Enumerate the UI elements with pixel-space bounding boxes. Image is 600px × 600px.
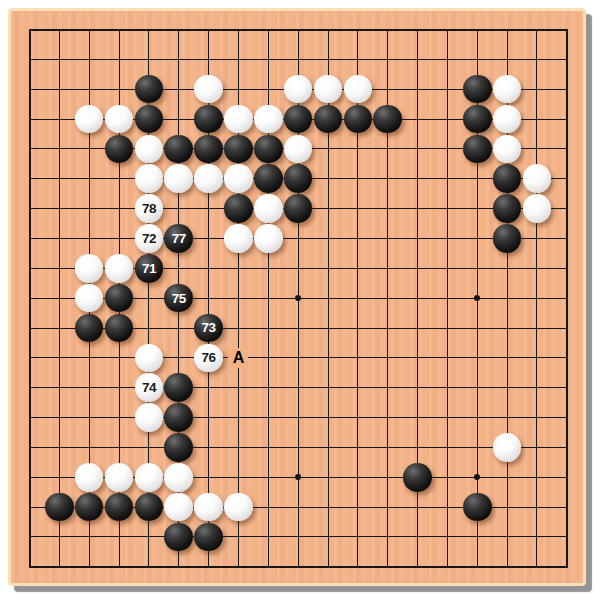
- stone-white[interactable]: [164, 164, 193, 193]
- stone-white[interactable]: [194, 164, 223, 193]
- stone-black[interactable]: [135, 105, 164, 134]
- stone-white[interactable]: [224, 493, 253, 522]
- grid-line-vertical: [566, 29, 568, 568]
- stone-black[interactable]: [194, 135, 223, 164]
- stone-white[interactable]: [194, 344, 223, 373]
- stone-white[interactable]: [493, 105, 522, 134]
- stone-white[interactable]: [493, 135, 522, 164]
- stone-white[interactable]: [254, 194, 283, 223]
- stone-black[interactable]: [105, 493, 134, 522]
- stone-black[interactable]: [105, 135, 134, 164]
- grid-line-horizontal: [29, 357, 568, 358]
- stone-black[interactable]: [284, 164, 313, 193]
- go-board[interactable]: 7172737475767778A: [8, 8, 586, 586]
- stone-white[interactable]: [75, 463, 104, 492]
- star-point: [474, 295, 480, 301]
- stone-black[interactable]: [314, 105, 343, 134]
- stone-white[interactable]: [75, 105, 104, 134]
- stone-white[interactable]: [344, 75, 373, 104]
- star-point: [474, 474, 480, 480]
- stone-black[interactable]: [135, 254, 164, 283]
- stone-black[interactable]: [135, 493, 164, 522]
- stone-white[interactable]: [314, 75, 343, 104]
- stone-black[interactable]: [463, 135, 492, 164]
- stone-white[interactable]: [224, 105, 253, 134]
- stone-black[interactable]: [194, 523, 223, 552]
- grid-line-horizontal: [29, 447, 568, 448]
- stone-black[interactable]: [105, 284, 134, 313]
- stone-white[interactable]: [105, 463, 134, 492]
- stone-black[interactable]: [403, 463, 432, 492]
- stone-white[interactable]: [135, 164, 164, 193]
- stone-white[interactable]: [105, 105, 134, 134]
- stone-black[interactable]: [463, 75, 492, 104]
- stone-black[interactable]: [284, 194, 313, 223]
- stone-black[interactable]: [75, 493, 104, 522]
- stone-white[interactable]: [194, 75, 223, 104]
- stone-black[interactable]: [254, 135, 283, 164]
- stone-white[interactable]: [493, 433, 522, 462]
- stone-black[interactable]: [224, 135, 253, 164]
- stone-white[interactable]: [194, 493, 223, 522]
- stone-white[interactable]: [135, 373, 164, 402]
- grid-line-vertical: [536, 29, 537, 568]
- stone-white[interactable]: [135, 463, 164, 492]
- stone-white[interactable]: [164, 493, 193, 522]
- stone-white[interactable]: [523, 164, 552, 193]
- grid-line-horizontal: [29, 417, 568, 418]
- stone-white[interactable]: [75, 254, 104, 283]
- stone-black[interactable]: [493, 224, 522, 253]
- grid-line-vertical: [447, 29, 448, 568]
- stone-white[interactable]: [224, 164, 253, 193]
- stone-black[interactable]: [164, 284, 193, 313]
- stone-black[interactable]: [254, 164, 283, 193]
- stone-black[interactable]: [164, 523, 193, 552]
- grid-line-horizontal: [29, 566, 568, 568]
- stone-white[interactable]: [224, 224, 253, 253]
- stone-white[interactable]: [254, 105, 283, 134]
- stone-white[interactable]: [135, 135, 164, 164]
- stone-white[interactable]: [135, 403, 164, 432]
- stone-black[interactable]: [164, 373, 193, 402]
- stone-black[interactable]: [463, 105, 492, 134]
- star-point: [295, 295, 301, 301]
- stone-black[interactable]: [194, 314, 223, 343]
- stone-white[interactable]: [135, 194, 164, 223]
- stone-black[interactable]: [224, 194, 253, 223]
- stone-white[interactable]: [254, 224, 283, 253]
- stone-black[interactable]: [164, 224, 193, 253]
- stone-black[interactable]: [45, 493, 74, 522]
- stone-black[interactable]: [194, 105, 223, 134]
- stone-black[interactable]: [164, 403, 193, 432]
- stone-white[interactable]: [493, 75, 522, 104]
- stone-black[interactable]: [344, 105, 373, 134]
- stone-white[interactable]: [75, 284, 104, 313]
- stone-black[interactable]: [463, 493, 492, 522]
- grid-line-horizontal: [29, 387, 568, 388]
- stone-black[interactable]: [493, 194, 522, 223]
- go-diagram-page: 7172737475767778A: [0, 0, 600, 600]
- stone-white[interactable]: [523, 194, 552, 223]
- stone-white[interactable]: [105, 254, 134, 283]
- stone-white[interactable]: [284, 135, 313, 164]
- star-point: [295, 474, 301, 480]
- stone-white[interactable]: [164, 463, 193, 492]
- stone-black[interactable]: [373, 105, 402, 134]
- stone-black[interactable]: [135, 75, 164, 104]
- grid-line-horizontal: [29, 536, 568, 537]
- stone-black[interactable]: [164, 433, 193, 462]
- stone-black[interactable]: [284, 105, 313, 134]
- stone-white[interactable]: [135, 344, 164, 373]
- stone-black[interactable]: [105, 314, 134, 343]
- stone-black[interactable]: [164, 135, 193, 164]
- stone-black[interactable]: [75, 314, 104, 343]
- stone-white[interactable]: [284, 75, 313, 104]
- stone-black[interactable]: [493, 164, 522, 193]
- stone-white[interactable]: [135, 224, 164, 253]
